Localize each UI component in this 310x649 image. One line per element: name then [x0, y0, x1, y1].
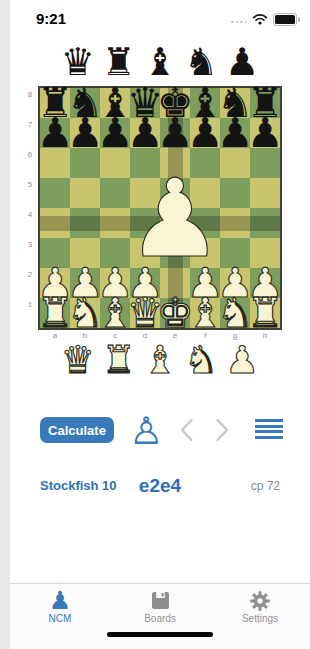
square-g7[interactable]: ♟ — [220, 118, 250, 148]
black-piece-tray: ♛♜♝♞♟ — [10, 44, 310, 80]
black-bishop-tray-button[interactable]: ♝ — [143, 44, 177, 80]
rank-label-6: 6 — [24, 140, 36, 170]
wifi-icon — [252, 13, 268, 25]
rank-labels: 87654321 — [24, 80, 36, 320]
next-move-chevron-icon[interactable] — [212, 417, 232, 443]
side-to-move-pawn-icon[interactable]: ♙ — [129, 412, 161, 450]
white-bishop-tray-button[interactable]: ♝ — [143, 342, 177, 378]
tab-boards[interactable]: Boards — [110, 584, 210, 649]
rank-label-3: 3 — [24, 230, 36, 260]
black-knight-tray-button[interactable]: ♞ — [184, 44, 218, 80]
square-d7[interactable]: ♟ — [130, 118, 160, 148]
moving-white-pawn-icon[interactable]: ♟ — [121, 165, 229, 273]
square-h1[interactable]: ♜ — [250, 298, 280, 328]
square-f1[interactable]: ♝ — [190, 298, 220, 328]
square-e7[interactable]: ♟ — [160, 118, 190, 148]
pawn-icon: ♟ — [49, 589, 71, 612]
rank-label-1: 1 — [24, 290, 36, 320]
tab-ncm-label: NCM — [49, 613, 72, 624]
black-queen-tray-button[interactable]: ♛ — [61, 44, 95, 80]
square-a7[interactable]: ♟ — [40, 118, 70, 148]
square-a5[interactable] — [40, 178, 70, 208]
white-rook-tray-button[interactable]: ♜ — [102, 342, 136, 378]
square-b1[interactable]: ♞ — [70, 298, 100, 328]
menu-hamburger-icon[interactable] — [255, 419, 283, 441]
chess-board: ♜♞♝♛♚♝♞♜♟♟♟♟♟♟♟♟♟♟♟♟♟♟♟♜♞♝♛♚♝♞♜♟ — [38, 86, 282, 330]
white-queen-tray-button[interactable]: ♛ — [61, 342, 95, 378]
square-e1[interactable]: ♚ — [160, 298, 190, 328]
cellular-signal-icon — [231, 13, 247, 25]
square-c1[interactable]: ♝ — [100, 298, 130, 328]
white-rook-icon: ♜ — [247, 298, 284, 328]
evaluation: cp 72 — [251, 479, 280, 493]
rank-label-2: 2 — [24, 260, 36, 290]
battery-icon — [273, 13, 297, 26]
square-d1[interactable]: ♛ — [130, 298, 160, 328]
status-icons — [231, 13, 297, 25]
square-f7[interactable]: ♟ — [190, 118, 220, 148]
square-g1[interactable]: ♞ — [220, 298, 250, 328]
tab-settings-label: Settings — [242, 613, 278, 624]
square-b7[interactable]: ♟ — [70, 118, 100, 148]
black-rook-tray-button[interactable]: ♜ — [102, 44, 136, 80]
black-pawn-tray-button[interactable]: ♟ — [225, 44, 259, 80]
rank-label-5: 5 — [24, 170, 36, 200]
white-knight-tray-button[interactable]: ♞ — [184, 342, 218, 378]
tab-boards-label: Boards — [144, 613, 176, 624]
square-c7[interactable]: ♟ — [100, 118, 130, 148]
home-indicator — [107, 632, 213, 637]
tab-bar: ♟ NCM Boards — [10, 583, 310, 649]
app-screen: 9:21 ♛♜♝♞♟ 87654321 abcdefgh ♜♞♝♛♚♝♞♜♟♟♟… — [10, 0, 310, 649]
gear-icon — [250, 591, 270, 611]
tab-settings[interactable]: Settings — [210, 584, 310, 649]
engine-row: Stockfish 10 e2e4 cp 72 — [10, 474, 310, 498]
floppy-disk-icon — [151, 591, 170, 610]
status-time: 9:21 — [36, 10, 66, 27]
black-pawn-icon: ♟ — [247, 118, 284, 148]
square-b5[interactable] — [70, 178, 100, 208]
calculate-button[interactable]: Calculate — [40, 417, 114, 443]
white-piece-tray: ♛♜♝♞♟ — [10, 342, 310, 378]
square-h5[interactable] — [250, 178, 280, 208]
square-h7[interactable]: ♟ — [250, 118, 280, 148]
rank-label-8: 8 — [24, 80, 36, 110]
rank-label-4: 4 — [24, 200, 36, 230]
rank-label-7: 7 — [24, 110, 36, 140]
controls-row: Calculate ♙ — [10, 414, 310, 448]
previous-move-chevron-icon[interactable] — [177, 417, 197, 443]
tab-ncm[interactable]: ♟ NCM — [10, 584, 110, 649]
square-a1[interactable]: ♜ — [40, 298, 70, 328]
white-pawn-tray-button[interactable]: ♟ — [225, 342, 259, 378]
